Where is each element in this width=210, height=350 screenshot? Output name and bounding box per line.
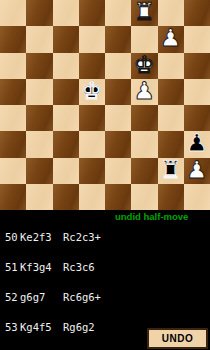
square-d6[interactable] [79,53,105,79]
square-a4[interactable] [0,105,26,131]
square-b4[interactable] [26,105,52,131]
move-row: 50 Ke2f3 Rc2c3+ [5,232,115,242]
square-e1[interactable] [105,184,131,210]
move-number: 51 [5,262,20,272]
move-number: 50 [5,232,20,242]
undo-button[interactable]: UNDO [147,328,208,349]
black-move: Rg6g2 [63,322,95,332]
status-message: undid half-move [115,212,188,222]
square-e6[interactable] [105,53,131,79]
square-g7[interactable]: ♟ [158,26,184,52]
square-e8[interactable] [105,0,131,26]
piece-black-rook: ♜ [160,158,182,183]
move-list: 50 Ke2f3 Rc2c3+ 51 Kf3g4 Rc3c6 52 g6g7 R… [5,212,115,350]
square-h5[interactable] [184,79,210,105]
piece-black-king: ♚ [81,79,103,104]
move-row: 53 Kg4f5 Rg6g2 [5,322,115,332]
square-h1[interactable] [184,184,210,210]
white-move: g6g7 [20,292,63,302]
move-number: 53 [5,322,20,332]
square-a3[interactable] [0,131,26,157]
square-d8[interactable] [79,0,105,26]
square-d1[interactable] [79,184,105,210]
square-c3[interactable] [53,131,79,157]
square-d4[interactable] [79,105,105,131]
piece-black-pawn: ♟ [186,131,208,156]
black-move: Rc3c6 [63,262,95,272]
square-g1[interactable] [158,184,184,210]
square-e4[interactable] [105,105,131,131]
square-b2[interactable] [26,158,52,184]
square-e7[interactable] [105,26,131,52]
square-b8[interactable] [26,0,52,26]
square-d3[interactable] [79,131,105,157]
square-a2[interactable] [0,158,26,184]
square-c1[interactable] [53,184,79,210]
app-root: ♜♟♚♚♟♟♜♟ 50 Ke2f3 Rc2c3+ 51 Kf3g4 Rc3c6 … [0,0,210,350]
square-d5[interactable]: ♚ [79,79,105,105]
square-d2[interactable] [79,158,105,184]
square-g4[interactable] [158,105,184,131]
square-f7[interactable] [131,26,157,52]
square-c5[interactable] [53,79,79,105]
square-f2[interactable] [131,158,157,184]
square-f4[interactable] [131,105,157,131]
square-a5[interactable] [0,79,26,105]
square-c2[interactable] [53,158,79,184]
square-h8[interactable] [184,0,210,26]
piece-white-king: ♚ [134,53,156,78]
square-b3[interactable] [26,131,52,157]
square-a1[interactable] [0,184,26,210]
square-g3[interactable] [158,131,184,157]
square-e5[interactable] [105,79,131,105]
square-f3[interactable] [131,131,157,157]
square-c4[interactable] [53,105,79,131]
square-f6[interactable]: ♚ [131,53,157,79]
square-f8[interactable]: ♜ [131,0,157,26]
move-row: 51 Kf3g4 Rc3c6 [5,262,115,272]
piece-white-pawn: ♟ [186,158,208,183]
square-c8[interactable] [53,0,79,26]
square-d7[interactable] [79,26,105,52]
square-b7[interactable] [26,26,52,52]
square-b5[interactable] [26,79,52,105]
square-h3[interactable]: ♟ [184,131,210,157]
square-b1[interactable] [26,184,52,210]
square-f1[interactable] [131,184,157,210]
square-h2[interactable]: ♟ [184,158,210,184]
white-move: Ke2f3 [20,232,63,242]
square-g5[interactable] [158,79,184,105]
square-c7[interactable] [53,26,79,52]
square-b6[interactable] [26,53,52,79]
square-e2[interactable] [105,158,131,184]
move-row: 52 g6g7 Rc6g6+ [5,292,115,302]
square-h7[interactable] [184,26,210,52]
square-g6[interactable] [158,53,184,79]
piece-white-pawn: ♟ [160,26,182,51]
piece-white-rook: ♜ [134,0,156,25]
square-e3[interactable] [105,131,131,157]
white-move: Kf3g4 [20,262,63,272]
black-move: Rc2c3+ [63,232,101,242]
white-move: Kg4f5 [20,322,63,332]
square-h6[interactable] [184,53,210,79]
piece-white-pawn: ♟ [134,79,156,104]
move-number: 52 [5,292,20,302]
square-a8[interactable] [0,0,26,26]
square-g2[interactable]: ♜ [158,158,184,184]
square-h4[interactable] [184,105,210,131]
square-f5[interactable]: ♟ [131,79,157,105]
square-a7[interactable] [0,26,26,52]
square-g8[interactable] [158,0,184,26]
black-move: Rc6g6+ [63,292,101,302]
square-a6[interactable] [0,53,26,79]
square-c6[interactable] [53,53,79,79]
chess-board: ♜♟♚♚♟♟♜♟ [0,0,210,210]
